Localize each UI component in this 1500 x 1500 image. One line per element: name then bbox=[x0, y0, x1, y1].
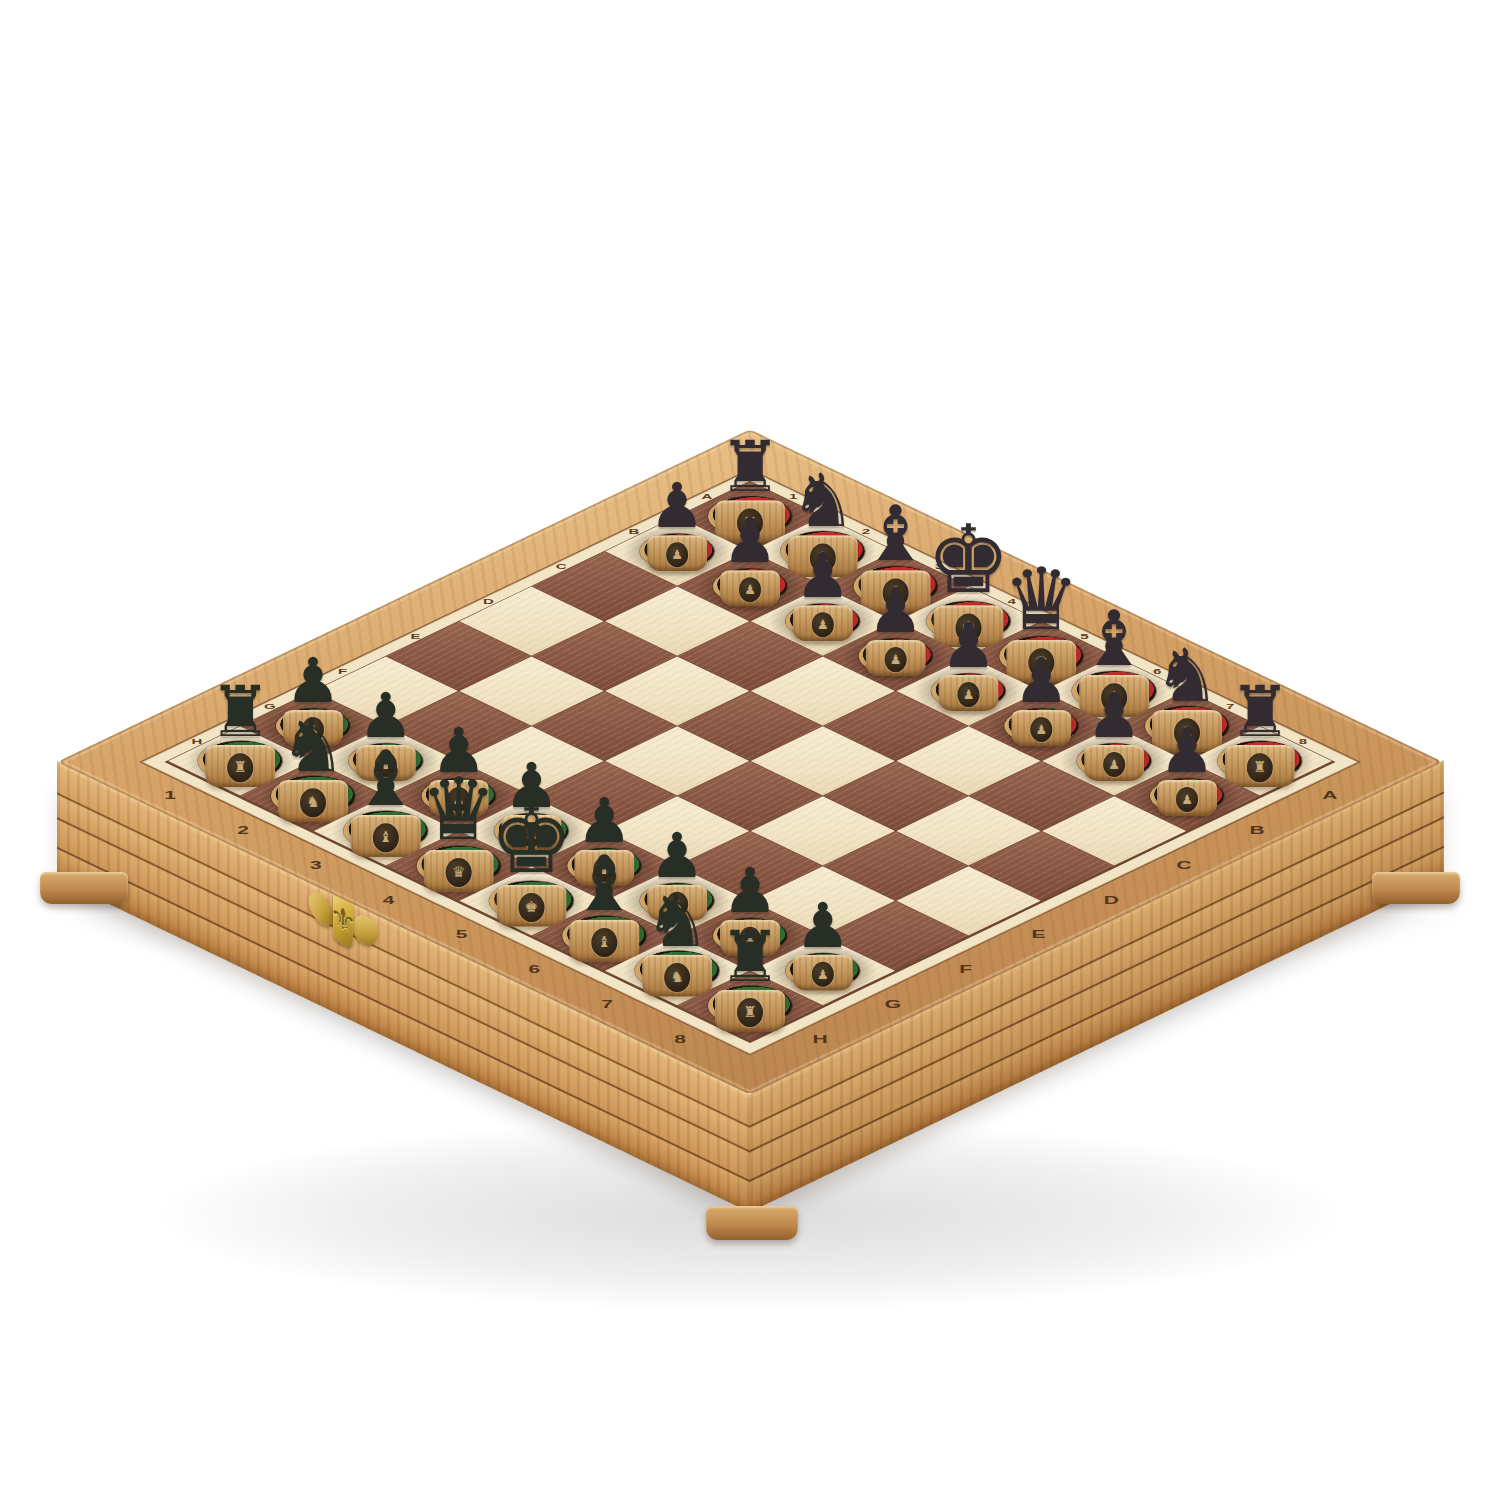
case-foot bbox=[706, 1206, 798, 1240]
file-label-right-text: E bbox=[1031, 929, 1045, 941]
rank-label-bottom-text: 2 bbox=[237, 824, 249, 836]
file-label-right-text: C bbox=[1177, 859, 1192, 871]
rank-label-bottom-text: 8 bbox=[674, 1034, 686, 1046]
red-pawn-glyph: ♟ bbox=[1112, 720, 1262, 782]
medallion-rook-icon: ♜ bbox=[737, 998, 763, 1027]
chess-case-top: ♜♜♞♞♝♝♚♚♛♛♝♝♞♞♜♜♟♟♟♟♟♟♟♟♟♟♟♟♟♟♟♟♟♟♟♟♟♟♟♟… bbox=[57, 429, 1443, 1094]
rank-label-bottom-text: 7 bbox=[601, 999, 613, 1011]
file-label-right-text: B bbox=[1249, 824, 1264, 836]
file-label-right-text: F bbox=[959, 964, 972, 976]
file-label-right-text: G bbox=[885, 999, 901, 1011]
case-foot bbox=[1372, 872, 1460, 904]
photo-stage: ⚜ ♜♜♞♞♝♝♚♚♛♛♝♝♞♞♜♜♟♟♟♟♟♟♟♟♟♟♟♟♟♟♟♟♟♟♟♟♟♟… bbox=[0, 0, 1500, 1500]
rank-label-bottom-text: 3 bbox=[310, 859, 322, 871]
rank-label-bottom-text: 4 bbox=[383, 894, 395, 906]
file-label-right-text: H bbox=[812, 1034, 827, 1046]
medallion-pawn-icon: ♟ bbox=[1176, 787, 1198, 812]
file-label-right-text: A bbox=[1322, 790, 1337, 802]
rank-label-bottom-text: 5 bbox=[456, 929, 468, 941]
rank-label-bottom-text: 1 bbox=[164, 790, 176, 802]
case-foot bbox=[40, 872, 128, 904]
file-label-right-text: D bbox=[1104, 894, 1119, 906]
green-rook-glyph: ♜ bbox=[675, 922, 825, 992]
file-label-left-text: E bbox=[411, 632, 421, 640]
rank-label-bottom-text: 6 bbox=[528, 964, 540, 976]
